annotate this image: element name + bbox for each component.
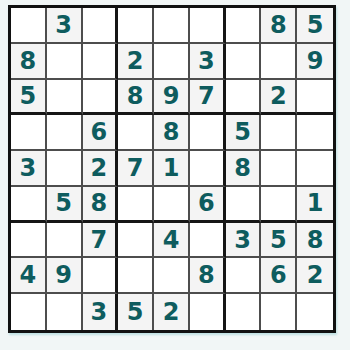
sudoku-cell-r7c9[interactable]: 8 — [297, 223, 333, 259]
sudoku-cell-r6c5[interactable] — [154, 187, 190, 223]
sudoku-cell-r1c6[interactable] — [190, 8, 226, 44]
sudoku-cell-r5c8[interactable] — [261, 151, 297, 187]
sudoku-cell-r5c2[interactable] — [47, 151, 83, 187]
sudoku-cell-r7c2[interactable] — [47, 223, 83, 259]
sudoku-cell-r9c9[interactable] — [297, 294, 333, 330]
sudoku-cell-r7c3[interactable]: 7 — [83, 223, 119, 259]
sudoku-cell-r2c7[interactable] — [226, 44, 262, 80]
sudoku-cell-r4c3[interactable]: 6 — [83, 115, 119, 151]
sudoku-cell-r9c6[interactable] — [190, 294, 226, 330]
sudoku-cell-r6c1[interactable] — [11, 187, 47, 223]
sudoku-cell-r1c5[interactable] — [154, 8, 190, 44]
sudoku-cell-r8c6[interactable]: 8 — [190, 258, 226, 294]
sudoku-cell-r8c9[interactable]: 2 — [297, 258, 333, 294]
sudoku-cell-r9c2[interactable] — [47, 294, 83, 330]
sudoku-cell-r8c1[interactable]: 4 — [11, 258, 47, 294]
sudoku-cell-r9c3[interactable]: 3 — [83, 294, 119, 330]
sudoku-cell-r9c5[interactable]: 2 — [154, 294, 190, 330]
sudoku-cell-r7c6[interactable] — [190, 223, 226, 259]
sudoku-cell-r5c7[interactable]: 8 — [226, 151, 262, 187]
sudoku-cell-r4c4[interactable] — [118, 115, 154, 151]
sudoku-cell-r6c7[interactable] — [226, 187, 262, 223]
sudoku-cell-r6c4[interactable] — [118, 187, 154, 223]
sudoku-cell-r1c8[interactable]: 8 — [261, 8, 297, 44]
sudoku-cell-r3c2[interactable] — [47, 80, 83, 116]
sudoku-cell-r9c4[interactable]: 5 — [118, 294, 154, 330]
sudoku-cell-r8c5[interactable] — [154, 258, 190, 294]
sudoku-cell-r2c1[interactable]: 8 — [11, 44, 47, 80]
sudoku-cell-r2c5[interactable] — [154, 44, 190, 80]
sudoku-cell-r3c3[interactable] — [83, 80, 119, 116]
sudoku-cell-r6c9[interactable]: 1 — [297, 187, 333, 223]
sudoku-cell-r1c1[interactable] — [11, 8, 47, 44]
sudoku-cell-r5c4[interactable]: 7 — [118, 151, 154, 187]
sudoku-cell-r2c9[interactable]: 9 — [297, 44, 333, 80]
sudoku-cell-r9c7[interactable] — [226, 294, 262, 330]
sudoku-cell-r5c5[interactable]: 1 — [154, 151, 190, 187]
sudoku-cell-r6c6[interactable]: 6 — [190, 187, 226, 223]
sudoku-cell-r2c4[interactable]: 2 — [118, 44, 154, 80]
sudoku-cell-r1c4[interactable] — [118, 8, 154, 44]
sudoku-cell-r1c2[interactable]: 3 — [47, 8, 83, 44]
sudoku-cell-r8c4[interactable] — [118, 258, 154, 294]
sudoku-cell-r4c7[interactable]: 5 — [226, 115, 262, 151]
sudoku-cell-r9c8[interactable] — [261, 294, 297, 330]
sudoku-cell-r6c3[interactable]: 8 — [83, 187, 119, 223]
sudoku-cell-r6c8[interactable] — [261, 187, 297, 223]
sudoku-cell-r4c9[interactable] — [297, 115, 333, 151]
sudoku-cell-r8c2[interactable]: 9 — [47, 258, 83, 294]
sudoku-cell-r2c6[interactable]: 3 — [190, 44, 226, 80]
sudoku-cell-r2c2[interactable] — [47, 44, 83, 80]
sudoku-cell-r2c8[interactable] — [261, 44, 297, 80]
sudoku-cell-r7c5[interactable]: 4 — [154, 223, 190, 259]
sudoku-cell-r3c1[interactable]: 5 — [11, 80, 47, 116]
sudoku-cell-r4c6[interactable] — [190, 115, 226, 151]
sudoku-cell-r8c3[interactable] — [83, 258, 119, 294]
sudoku-cell-r5c1[interactable]: 3 — [11, 151, 47, 187]
sudoku-cell-r7c7[interactable]: 3 — [226, 223, 262, 259]
sudoku-cell-r2c3[interactable] — [83, 44, 119, 80]
sudoku-cell-r4c2[interactable] — [47, 115, 83, 151]
sudoku-cell-r3c6[interactable]: 7 — [190, 80, 226, 116]
sudoku-cell-r8c7[interactable] — [226, 258, 262, 294]
sudoku-cell-r5c9[interactable] — [297, 151, 333, 187]
sudoku-cell-r7c1[interactable] — [11, 223, 47, 259]
sudoku-cell-r3c5[interactable]: 9 — [154, 80, 190, 116]
sudoku-cell-r7c8[interactable]: 5 — [261, 223, 297, 259]
sudoku-cell-r1c3[interactable] — [83, 8, 119, 44]
sudoku-cell-r3c9[interactable] — [297, 80, 333, 116]
sudoku-board: 3858239589726853271858617435849862352 — [8, 5, 336, 333]
sudoku-cell-r1c9[interactable]: 5 — [297, 8, 333, 44]
sudoku-cell-r6c2[interactable]: 5 — [47, 187, 83, 223]
sudoku-cell-r3c8[interactable]: 2 — [261, 80, 297, 116]
sudoku-cell-r4c1[interactable] — [11, 115, 47, 151]
sudoku-cell-r4c8[interactable] — [261, 115, 297, 151]
sudoku-cell-r7c4[interactable] — [118, 223, 154, 259]
sudoku-cell-r5c6[interactable] — [190, 151, 226, 187]
sudoku-cell-r9c1[interactable] — [11, 294, 47, 330]
sudoku-cell-r8c8[interactable]: 6 — [261, 258, 297, 294]
sudoku-cell-r4c5[interactable]: 8 — [154, 115, 190, 151]
sudoku-cell-r1c7[interactable] — [226, 8, 262, 44]
sudoku-cell-r3c4[interactable]: 8 — [118, 80, 154, 116]
sudoku-cell-r3c7[interactable] — [226, 80, 262, 116]
sudoku-cell-r5c3[interactable]: 2 — [83, 151, 119, 187]
